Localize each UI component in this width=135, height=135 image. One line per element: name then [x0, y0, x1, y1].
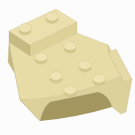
- stud-top: [35, 53, 48, 62]
- stud-top: [64, 86, 77, 95]
- stud-top: [79, 61, 92, 70]
- stud: [64, 42, 77, 54]
- stud: [19, 24, 32, 36]
- stud: [93, 74, 106, 86]
- stud-top: [46, 12, 59, 21]
- stud: [79, 61, 92, 73]
- stud: [35, 53, 48, 65]
- stud: [64, 86, 77, 98]
- stud-top: [50, 72, 63, 81]
- stud: [50, 72, 63, 84]
- stud-top: [93, 74, 106, 83]
- stud: [46, 12, 59, 24]
- lego-product-image: [0, 0, 135, 135]
- lego-piece-illustration: [0, 0, 135, 135]
- stud-top: [64, 42, 77, 51]
- stud-top: [19, 24, 32, 33]
